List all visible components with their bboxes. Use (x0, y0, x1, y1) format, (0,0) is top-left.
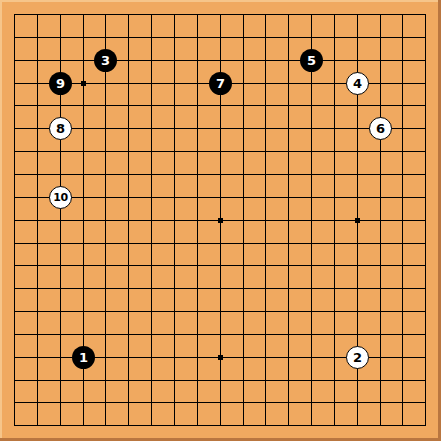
grid-line-vertical (402, 14, 403, 426)
grid-line-horizontal (14, 334, 426, 335)
grid-line-vertical (425, 14, 426, 426)
stone-move-number: 3 (101, 54, 110, 67)
grid-line-horizontal (14, 380, 426, 381)
stone-move-number: 5 (307, 54, 316, 67)
grid-line-vertical (288, 14, 289, 426)
stone-move-number: 1 (79, 351, 88, 364)
grid-line-vertical (380, 14, 381, 426)
grid-line-horizontal (14, 425, 426, 426)
hoshi-marker (218, 355, 223, 360)
grid-line-horizontal (14, 402, 426, 403)
board-edge-highlight-left (0, 0, 2, 441)
white-stone-4: 4 (346, 72, 369, 95)
stone-move-number: 8 (56, 122, 65, 135)
board-edge-highlight-top (0, 0, 441, 2)
stone-move-number: 10 (53, 192, 67, 203)
go-board: 12345678910 (0, 0, 441, 441)
grid-line-horizontal (14, 311, 426, 312)
grid-line-horizontal (14, 288, 426, 289)
black-stone-3: 3 (94, 49, 117, 72)
white-stone-10: 10 (49, 186, 72, 209)
white-stone-2: 2 (346, 346, 369, 369)
stone-move-number: 2 (353, 351, 362, 364)
white-stone-8: 8 (49, 117, 72, 140)
stone-move-number: 7 (216, 77, 225, 90)
stone-move-number: 6 (376, 122, 385, 135)
grid-line-horizontal (14, 243, 426, 244)
hoshi-marker (355, 218, 360, 223)
stone-move-number: 9 (56, 77, 65, 90)
stone-move-number: 4 (353, 77, 362, 90)
hoshi-marker (81, 81, 86, 86)
hoshi-marker (218, 218, 223, 223)
grid-line-vertical (311, 14, 312, 426)
grid-line-horizontal (14, 265, 426, 266)
grid-line-vertical (243, 14, 244, 426)
grid-line-vertical (265, 14, 266, 426)
grid-line-vertical (334, 14, 335, 426)
black-stone-5: 5 (300, 49, 323, 72)
white-stone-6: 6 (369, 117, 392, 140)
black-stone-1: 1 (72, 346, 95, 369)
black-stone-9: 9 (49, 72, 72, 95)
black-stone-7: 7 (209, 72, 232, 95)
